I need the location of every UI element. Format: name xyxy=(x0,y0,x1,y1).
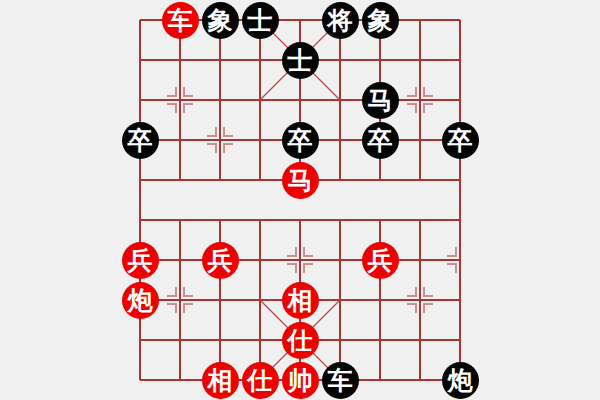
red-soldier[interactable]: 兵 xyxy=(362,242,399,279)
black-soldier[interactable]: 卒 xyxy=(122,122,159,159)
red-soldier[interactable]: 兵 xyxy=(122,242,159,279)
black-soldier[interactable]: 卒 xyxy=(362,122,399,159)
black-chariot[interactable]: 车 xyxy=(322,362,359,399)
black-horse[interactable]: 马 xyxy=(362,82,399,119)
black-elephant[interactable]: 象 xyxy=(362,2,399,39)
black-general[interactable]: 将 xyxy=(322,2,359,39)
black-advisor[interactable]: 士 xyxy=(242,2,279,39)
black-elephant[interactable]: 象 xyxy=(202,2,239,39)
red-chariot[interactable]: 车 xyxy=(162,2,199,39)
black-soldier[interactable]: 卒 xyxy=(442,122,479,159)
red-cannon[interactable]: 炮 xyxy=(122,282,159,319)
red-elephant[interactable]: 相 xyxy=(202,362,239,399)
black-advisor[interactable]: 士 xyxy=(282,42,319,79)
red-advisor[interactable]: 仕 xyxy=(282,322,319,359)
red-soldier[interactable]: 兵 xyxy=(202,242,239,279)
red-advisor[interactable]: 仕 xyxy=(242,362,279,399)
red-horse[interactable]: 马 xyxy=(282,162,319,199)
red-elephant[interactable]: 相 xyxy=(282,282,319,319)
xiangqi-screenshot: 车象士将象士马卒卒卒卒马兵兵兵炮相仕相仕帅车炮 xyxy=(0,0,600,400)
red-general[interactable]: 帅 xyxy=(282,362,319,399)
black-cannon[interactable]: 炮 xyxy=(442,362,479,399)
xiangqi-board: 车象士将象士马卒卒卒卒马兵兵兵炮相仕相仕帅车炮 xyxy=(120,0,480,400)
black-soldier[interactable]: 卒 xyxy=(282,122,319,159)
